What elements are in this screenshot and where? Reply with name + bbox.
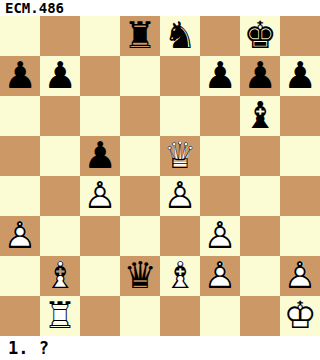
piece-black-pawn: ♟ (0, 56, 40, 96)
square-a5[interactable] (0, 136, 40, 176)
piece-white-pawn-fill: ♟ (0, 216, 40, 256)
square-e2[interactable]: ♝♗ (160, 256, 200, 296)
square-h2[interactable]: ♟♙ (280, 256, 320, 296)
square-g3[interactable] (240, 216, 280, 256)
square-d1[interactable] (120, 296, 160, 336)
square-g6[interactable]: ♝ (240, 96, 280, 136)
piece-white-pawn: ♙ (80, 176, 120, 216)
square-h4[interactable] (280, 176, 320, 216)
square-a6[interactable] (0, 96, 40, 136)
square-h7[interactable]: ♟ (280, 56, 320, 96)
square-a7[interactable]: ♟ (0, 56, 40, 96)
square-a2[interactable] (0, 256, 40, 296)
square-e7[interactable] (160, 56, 200, 96)
square-h6[interactable] (280, 96, 320, 136)
piece-white-queen-fill: ♛ (160, 136, 200, 176)
piece-white-bishop: ♗ (40, 256, 80, 296)
square-f6[interactable] (200, 96, 240, 136)
square-a8[interactable] (0, 16, 40, 56)
piece-white-pawn: ♙ (200, 216, 240, 256)
piece-white-pawn-fill: ♟ (200, 216, 240, 256)
piece-white-king: ♔ (280, 296, 320, 336)
piece-white-pawn: ♙ (0, 216, 40, 256)
square-g5[interactable] (240, 136, 280, 176)
square-c3[interactable] (80, 216, 120, 256)
move-prompt: 1. ? (8, 338, 49, 358)
square-b8[interactable] (40, 16, 80, 56)
square-f5[interactable] (200, 136, 240, 176)
square-f8[interactable] (200, 16, 240, 56)
piece-black-rook: ♜ (120, 16, 160, 56)
square-e1[interactable] (160, 296, 200, 336)
square-c1[interactable] (80, 296, 120, 336)
square-a4[interactable] (0, 176, 40, 216)
piece-black-knight: ♞ (160, 16, 200, 56)
square-e8[interactable]: ♞ (160, 16, 200, 56)
square-g4[interactable] (240, 176, 280, 216)
square-a1[interactable] (0, 296, 40, 336)
square-f7[interactable]: ♟ (200, 56, 240, 96)
square-h1[interactable]: ♚♔ (280, 296, 320, 336)
piece-white-pawn-fill: ♟ (80, 176, 120, 216)
piece-white-pawn: ♙ (200, 256, 240, 296)
piece-black-pawn: ♟ (280, 56, 320, 96)
piece-white-rook: ♖ (40, 296, 80, 336)
piece-white-rook-fill: ♜ (40, 296, 80, 336)
piece-black-pawn: ♟ (80, 136, 120, 176)
square-f3[interactable]: ♟♙ (200, 216, 240, 256)
piece-white-bishop: ♗ (160, 256, 200, 296)
square-g8[interactable]: ♚ (240, 16, 280, 56)
square-c7[interactable] (80, 56, 120, 96)
piece-white-queen: ♕ (160, 136, 200, 176)
square-g2[interactable] (240, 256, 280, 296)
square-d7[interactable] (120, 56, 160, 96)
square-d5[interactable] (120, 136, 160, 176)
piece-white-pawn-fill: ♟ (280, 256, 320, 296)
prompt-bar: 1. ? (0, 336, 320, 360)
square-e4[interactable]: ♟♙ (160, 176, 200, 216)
piece-black-queen: ♛ (120, 256, 160, 296)
square-b1[interactable]: ♜♖ (40, 296, 80, 336)
title-bar: ECM.486 (0, 0, 320, 16)
chess-board: ♜♞♚♟♟♟♟♟♝♟♛♕♟♙♟♙♟♙♟♙♝♗♛♝♗♟♙♟♙♜♖♚♔ (0, 16, 320, 336)
piece-white-pawn: ♙ (280, 256, 320, 296)
piece-white-bishop-fill: ♝ (160, 256, 200, 296)
piece-white-pawn-fill: ♟ (200, 256, 240, 296)
square-b3[interactable] (40, 216, 80, 256)
square-h8[interactable] (280, 16, 320, 56)
square-c6[interactable] (80, 96, 120, 136)
square-c8[interactable] (80, 16, 120, 56)
square-g1[interactable] (240, 296, 280, 336)
piece-black-king: ♚ (240, 16, 280, 56)
piece-white-king-fill: ♚ (280, 296, 320, 336)
square-d6[interactable] (120, 96, 160, 136)
square-f2[interactable]: ♟♙ (200, 256, 240, 296)
piece-black-pawn: ♟ (200, 56, 240, 96)
square-d8[interactable]: ♜ (120, 16, 160, 56)
piece-black-bishop: ♝ (240, 96, 280, 136)
square-e6[interactable] (160, 96, 200, 136)
square-h5[interactable] (280, 136, 320, 176)
square-d2[interactable]: ♛ (120, 256, 160, 296)
square-h3[interactable] (280, 216, 320, 256)
square-e3[interactable] (160, 216, 200, 256)
square-f4[interactable] (200, 176, 240, 216)
piece-black-pawn: ♟ (240, 56, 280, 96)
square-b6[interactable] (40, 96, 80, 136)
square-f1[interactable] (200, 296, 240, 336)
square-b5[interactable] (40, 136, 80, 176)
piece-white-pawn-fill: ♟ (160, 176, 200, 216)
square-c2[interactable] (80, 256, 120, 296)
piece-black-pawn: ♟ (40, 56, 80, 96)
piece-white-bishop-fill: ♝ (40, 256, 80, 296)
square-b7[interactable]: ♟ (40, 56, 80, 96)
page-title: ECM.486 (5, 0, 64, 16)
square-a3[interactable]: ♟♙ (0, 216, 40, 256)
square-c5[interactable]: ♟ (80, 136, 120, 176)
square-b2[interactable]: ♝♗ (40, 256, 80, 296)
square-b4[interactable] (40, 176, 80, 216)
square-d3[interactable] (120, 216, 160, 256)
square-g7[interactable]: ♟ (240, 56, 280, 96)
piece-white-pawn: ♙ (160, 176, 200, 216)
square-e5[interactable]: ♛♕ (160, 136, 200, 176)
square-c4[interactable]: ♟♙ (80, 176, 120, 216)
square-d4[interactable] (120, 176, 160, 216)
